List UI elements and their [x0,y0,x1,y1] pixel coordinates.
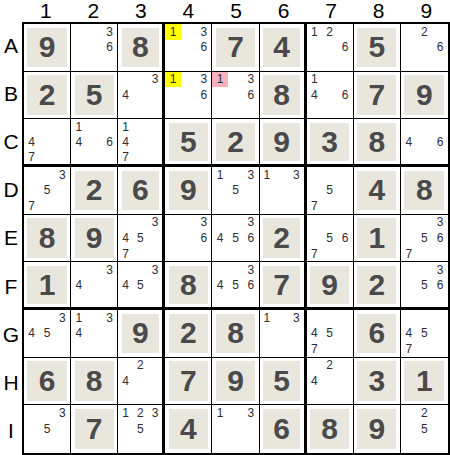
row-label-A: A [0,22,22,70]
candidate-5: 5 [133,230,148,246]
cell-H8[interactable]: 3 [354,358,401,406]
solved-cell-bg: 8 [310,409,349,450]
candidate-grid: 35 [24,405,70,453]
solved-digit: 5 [180,127,197,157]
candidate-grid: 57 [307,167,353,214]
solved-digit: 4 [273,32,290,62]
cell-I3[interactable]: 1235 [118,405,165,453]
solved-cell-bg: 7 [357,75,396,115]
cell-G7[interactable]: 457 [307,310,354,358]
cell-C3[interactable]: 147 [118,119,165,167]
candidate-5: 5 [39,421,54,437]
candidate-5: 5 [228,230,243,246]
col-label-9: 9 [402,0,450,22]
candidate-5: 5 [322,230,337,246]
solved-cell-bg: 2 [27,75,66,115]
solved-cell-bg: 8 [122,28,159,68]
candidate-7: 7 [118,246,133,262]
solved-cell-bg: 5 [263,361,300,401]
solved-digit: 7 [227,32,244,62]
solved-cell-bg: 8 [75,361,114,401]
solved-digit: 9 [227,366,244,396]
candidate-2: 2 [417,24,433,40]
candidate-6: 6 [337,230,352,246]
candidate-grid: 147 [118,119,162,164]
cell-H7[interactable]: 24 [307,358,354,406]
solved-cell-bg: 6 [27,361,66,401]
candidate-grid: 3456 [212,262,258,307]
cell-C6[interactable]: 9 [260,119,307,167]
cell-F8[interactable]: 2 [354,262,401,310]
solved-cell-bg: 4 [263,28,300,68]
candidate-grid: 1235 [118,405,162,453]
column-labels: 123456789 [22,0,450,22]
candidate-6: 6 [196,87,211,103]
col-label-4: 4 [165,0,213,22]
candidate-6: 6 [102,134,117,149]
solved-digit: 9 [132,318,149,348]
solved-cell-bg: 2 [216,123,255,161]
candidate-grid: 24 [118,358,162,405]
candidate-4: 4 [118,277,133,292]
candidate-1: 1 [118,405,133,421]
candidate-3: 3 [243,405,258,421]
solved-digit: 9 [39,32,56,62]
solved-digit: 8 [416,175,433,205]
solved-cell-bg: 9 [310,266,349,304]
candidate-4: 4 [24,134,39,149]
cell-H6[interactable]: 5 [260,358,307,406]
candidate-grid: 26 [401,24,448,71]
solved-cell-bg: 8 [404,171,444,211]
candidate-4: 4 [118,134,133,149]
candidate-grid: 25 [401,405,448,453]
solved-digit: 1 [416,366,433,396]
solved-digit: 3 [368,366,385,396]
solved-cell-bg: 6 [357,314,396,354]
candidate-2: 2 [417,405,433,421]
row-label-D: D [0,166,22,214]
candidate-3: 3 [102,262,117,277]
cell-A6[interactable]: 4 [260,24,307,72]
candidate-2: 2 [133,358,148,374]
candidate-3: 3 [289,167,304,183]
candidate-1: 1 [260,167,275,183]
solved-cell-bg: 5 [75,75,114,115]
cell-F6[interactable]: 7 [260,262,307,310]
candidate-grid: 134 [71,310,117,357]
row-label-F: F [0,263,22,311]
row-label-G: G [0,311,22,359]
candidate-1: 1 [307,24,322,40]
candidate-1-highlight-pink: 1 [212,72,227,88]
candidate-grid: 13 [260,310,304,357]
cell-A3[interactable]: 8 [118,24,165,72]
cell-F4[interactable]: 8 [165,262,212,310]
candidate-grid: 34 [118,72,162,119]
cell-F7[interactable]: 9 [307,262,354,310]
solved-cell-bg: 2 [75,171,114,211]
solved-digit: 5 [273,366,290,396]
candidate-3: 3 [432,215,448,231]
solved-digit: 7 [368,80,385,110]
candidate-2: 2 [322,358,337,374]
candidate-6: 6 [102,40,117,56]
col-label-1: 1 [22,0,70,22]
solved-cell-bg: 2 [169,314,208,354]
candidate-3: 3 [243,215,258,231]
solved-cell-bg: 9 [216,361,255,401]
cell-G5[interactable]: 8 [212,310,259,358]
cell-D9[interactable]: 8 [401,167,448,215]
cell-E3[interactable]: 3457 [118,215,165,263]
cell-F3[interactable]: 345 [118,262,165,310]
cell-A9[interactable]: 26 [401,24,448,72]
solved-digit: 4 [180,414,197,444]
cell-E8[interactable]: 1 [354,215,401,263]
solved-cell-bg: 3 [310,123,349,161]
cell-A1[interactable]: 9 [24,24,71,72]
solved-cell-bg: 8 [263,75,300,115]
candidate-5: 5 [417,277,433,292]
candidate-1-highlight-yellow: 1 [165,24,180,40]
solved-cell-bg: 9 [75,218,114,258]
candidate-1: 1 [307,72,322,88]
col-label-5: 5 [212,0,260,22]
solved-digit: 2 [86,175,103,205]
cell-G8[interactable]: 6 [354,310,401,358]
candidate-6: 6 [432,277,448,292]
candidate-4: 4 [71,277,86,292]
solved-digit: 1 [368,223,385,253]
col-label-2: 2 [70,0,118,22]
cell-H3[interactable]: 24 [118,358,165,406]
candidate-6: 6 [432,230,448,246]
candidate-6: 6 [243,230,258,246]
candidate-grid: 357 [24,167,70,214]
candidate-6: 6 [196,230,211,246]
solved-digit: 9 [321,270,338,300]
cell-A8[interactable]: 5 [354,24,401,72]
solved-digit: 7 [180,366,197,396]
row-label-C: C [0,118,22,166]
solved-cell-bg: 7 [75,409,114,450]
solved-cell-bg: 9 [404,75,444,115]
candidate-grid: 136 [212,72,258,119]
solved-digit: 6 [368,318,385,348]
cell-I8[interactable]: 9 [354,405,401,453]
cell-B7[interactable]: 146 [307,72,354,120]
solved-digit: 8 [227,318,244,348]
cell-D3[interactable]: 6 [118,167,165,215]
cell-E6[interactable]: 2 [260,215,307,263]
cell-H1[interactable]: 6 [24,358,71,406]
candidate-4: 4 [401,326,417,342]
candidate-7: 7 [307,246,322,262]
cell-F2[interactable]: 34 [71,262,118,310]
candidate-7: 7 [401,246,417,262]
cell-E2[interactable]: 9 [71,215,118,263]
cell-G6[interactable]: 13 [260,310,307,358]
solved-cell-bg: 1 [27,266,66,304]
candidate-5: 5 [417,421,433,437]
candidate-4: 4 [307,373,322,389]
candidate-grid: 146 [71,119,117,164]
solved-cell-bg: 4 [169,409,208,450]
candidate-grid: 24 [307,358,353,405]
cell-E9[interactable]: 3567 [401,215,448,263]
candidate-grid: 567 [307,215,353,262]
candidate-1: 1 [260,310,275,326]
cell-H5[interactable]: 9 [212,358,259,406]
solved-digit: 8 [39,223,56,253]
candidate-5: 5 [39,183,54,199]
candidate-4: 4 [118,373,133,389]
candidate-4: 4 [71,134,86,149]
candidate-4: 4 [71,326,86,342]
col-label-8: 8 [355,0,403,22]
cell-C9[interactable]: 46 [401,119,448,167]
candidate-grid: 356 [401,262,448,307]
cell-A5[interactable]: 7 [212,24,259,72]
candidate-grid: 345 [24,310,70,357]
candidate-grid: 136 [165,72,211,119]
solved-cell-bg: 9 [169,171,208,211]
candidate-3: 3 [432,262,448,277]
candidate-grid: 36 [165,215,211,262]
cell-C5[interactable]: 2 [212,119,259,167]
solved-digit: 5 [86,80,103,110]
cell-E5[interactable]: 3456 [212,215,259,263]
candidate-grid: 3456 [212,215,258,262]
solved-digit: 8 [273,80,290,110]
candidate-grid: 3457 [118,215,162,262]
solved-digit: 7 [273,270,290,300]
cell-D6[interactable]: 13 [260,167,307,215]
solved-cell-bg: 2 [357,266,396,304]
candidate-grid: 47 [24,119,70,164]
cell-I7[interactable]: 8 [307,405,354,453]
candidate-6: 6 [196,40,211,56]
solved-cell-bg: 9 [357,409,396,450]
candidate-5: 5 [228,277,243,292]
solved-cell-bg: 8 [169,266,208,304]
candidate-1: 1 [212,167,227,183]
solved-digit: 5 [368,32,385,62]
candidate-2: 2 [322,24,337,40]
solved-cell-bg: 9 [263,123,300,161]
cell-I5[interactable]: 13 [212,405,259,453]
candidate-5: 5 [417,230,433,246]
solved-cell-bg: 8 [27,218,66,258]
solved-digit: 4 [368,175,385,205]
candidate-6: 6 [337,40,352,56]
cell-F9[interactable]: 356 [401,262,448,310]
candidate-7: 7 [307,341,322,357]
candidate-3: 3 [102,24,117,40]
cell-G1[interactable]: 345 [24,310,71,358]
cell-E7[interactable]: 567 [307,215,354,263]
solved-cell-bg: 4 [357,171,396,211]
candidate-3: 3 [243,72,258,88]
solved-cell-bg: 3 [357,361,396,401]
solved-digit: 2 [39,80,56,110]
cell-B5[interactable]: 136 [212,72,259,120]
cell-F1[interactable]: 1 [24,262,71,310]
candidate-grid: 13 [212,405,258,453]
cell-G9[interactable]: 457 [401,310,448,358]
solved-digit: 6 [39,366,56,396]
cell-B4[interactable]: 136 [165,72,212,120]
cell-F5[interactable]: 3456 [212,262,259,310]
cell-I2[interactable]: 7 [71,405,118,453]
solved-digit: 2 [180,318,197,348]
cell-D1[interactable]: 357 [24,167,71,215]
corner-spacer [0,0,22,22]
candidate-7: 7 [24,149,39,164]
cell-G4[interactable]: 2 [165,310,212,358]
cell-E1[interactable]: 8 [24,215,71,263]
solved-cell-bg: 8 [357,123,396,161]
solved-digit: 8 [180,270,197,300]
solved-cell-bg: 6 [122,171,159,211]
cell-D4[interactable]: 9 [165,167,212,215]
cell-D2[interactable]: 2 [71,167,118,215]
col-label-7: 7 [307,0,355,22]
candidate-5: 5 [133,421,148,437]
solved-digit: 3 [321,127,338,157]
cell-D5[interactable]: 135 [212,167,259,215]
row-label-B: B [0,70,22,118]
cell-A4[interactable]: 136 [165,24,212,72]
candidate-5: 5 [417,326,433,342]
cell-B1[interactable]: 2 [24,72,71,120]
candidate-grid: 457 [401,310,448,357]
cell-H4[interactable]: 7 [165,358,212,406]
cell-B9[interactable]: 9 [401,72,448,120]
candidate-3: 3 [243,262,258,277]
cell-B8[interactable]: 7 [354,72,401,120]
candidate-5: 5 [228,183,243,199]
row-label-E: E [0,214,22,262]
cell-H9[interactable]: 1 [401,358,448,406]
candidate-grid: 136 [165,24,211,71]
solved-cell-bg: 7 [169,361,208,401]
candidate-3: 3 [196,215,211,231]
solved-digit: 8 [321,414,338,444]
candidate-4: 4 [212,277,227,292]
candidate-1-highlight-yellow: 1 [165,72,180,88]
candidate-4: 4 [24,326,39,342]
candidate-6: 6 [337,87,352,103]
candidate-6: 6 [243,87,258,103]
solved-digit: 8 [368,127,385,157]
solved-digit: 6 [273,414,290,444]
solved-digit: 7 [86,414,103,444]
cell-B3[interactable]: 34 [118,72,165,120]
solved-cell-bg: 5 [357,28,396,68]
candidate-3: 3 [55,167,70,183]
candidate-4: 4 [118,87,133,103]
candidate-7: 7 [307,198,322,214]
solved-digit: 9 [86,223,103,253]
candidate-1: 1 [71,119,86,134]
candidate-4: 4 [307,326,322,342]
candidate-grid: 3567 [401,215,448,262]
cell-I1[interactable]: 35 [24,405,71,453]
candidate-4: 4 [118,230,133,246]
cell-C8[interactable]: 8 [354,119,401,167]
candidate-3: 3 [148,405,163,421]
candidate-3: 3 [243,167,258,183]
row-labels: ABCDEFGHI [0,22,22,455]
candidate-3: 3 [102,310,117,326]
cell-G2[interactable]: 134 [71,310,118,358]
candidate-3: 3 [148,215,163,231]
cell-B6[interactable]: 8 [260,72,307,120]
cell-H2[interactable]: 8 [71,358,118,406]
solved-digit: 9 [273,127,290,157]
solved-cell-bg: 9 [122,314,159,354]
candidate-5: 5 [322,326,337,342]
candidate-3: 3 [196,24,211,40]
solved-cell-bg: 7 [216,28,255,68]
solved-digit: 8 [132,32,149,62]
col-label-3: 3 [117,0,165,22]
candidate-3: 3 [289,310,304,326]
candidate-2: 2 [133,405,148,421]
candidate-grid: 146 [307,72,353,119]
candidate-grid: 34 [71,262,117,307]
solved-cell-bg: 7 [263,266,300,304]
candidate-grid: 13 [260,167,304,214]
cell-E4[interactable]: 36 [165,215,212,263]
cell-G3[interactable]: 9 [118,310,165,358]
candidate-3: 3 [55,310,70,326]
cell-I4[interactable]: 4 [165,405,212,453]
candidate-1: 1 [118,119,133,134]
solved-cell-bg: 1 [357,218,396,258]
cell-A2[interactable]: 36 [71,24,118,72]
solved-digit: 2 [368,270,385,300]
candidate-7: 7 [118,149,133,164]
candidate-7: 7 [401,341,417,357]
solved-digit: 9 [368,414,385,444]
solved-cell-bg: 1 [404,361,444,401]
solved-digit: 2 [273,223,290,253]
candidate-grid: 36 [71,24,117,71]
candidate-4: 4 [307,87,322,103]
solved-digit: 2 [227,127,244,157]
cell-C2[interactable]: 146 [71,119,118,167]
candidate-grid: 457 [307,310,353,357]
solved-digit: 9 [416,80,433,110]
cell-D8[interactable]: 4 [354,167,401,215]
cell-A7[interactable]: 126 [307,24,354,72]
cell-C4[interactable]: 5 [165,119,212,167]
candidate-3: 3 [148,262,163,277]
cell-C7[interactable]: 3 [307,119,354,167]
cell-I9[interactable]: 25 [401,405,448,453]
candidate-6: 6 [432,134,448,149]
solved-digit: 8 [86,366,103,396]
cell-I6[interactable]: 6 [260,405,307,453]
cell-D7[interactable]: 57 [307,167,354,215]
solved-digit: 1 [39,270,56,300]
cell-C1[interactable]: 47 [24,119,71,167]
cell-B2[interactable]: 5 [71,72,118,120]
candidate-4: 4 [212,230,227,246]
